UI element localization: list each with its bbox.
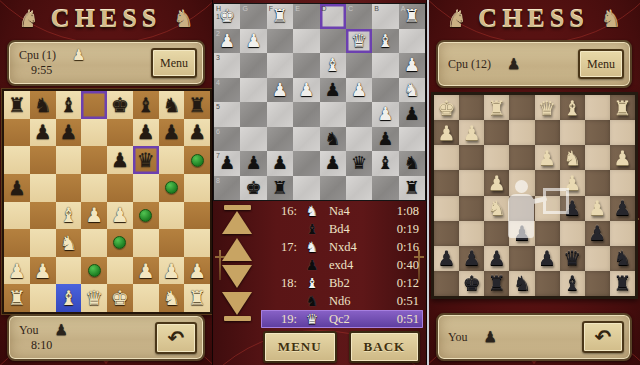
square-e7[interactable] xyxy=(107,119,133,147)
square-d4[interactable]: ♟ xyxy=(81,202,107,230)
white-knight-icon: ♞ xyxy=(301,240,323,254)
piece-black-knight: ♞ xyxy=(613,248,631,268)
opponent-bar: Cpu (1) ♟ 9:55 Menu xyxy=(7,40,205,86)
square-c6[interactable] xyxy=(346,127,372,152)
square-c7[interactable]: ♛ xyxy=(346,151,372,176)
square-e8[interactable] xyxy=(293,176,319,201)
square-a4[interactable]: ♞ xyxy=(399,78,425,103)
square-a8[interactable]: ♜ xyxy=(610,271,635,296)
square-d6[interactable] xyxy=(535,221,560,246)
piece-black-pawn: ♟ xyxy=(538,248,556,268)
jump-to-start-button[interactable] xyxy=(222,204,252,234)
square-c2[interactable]: ♛ xyxy=(346,29,372,54)
square-e2[interactable] xyxy=(107,257,133,285)
square-a5[interactable]: ♟ xyxy=(610,196,635,221)
square-a6[interactable] xyxy=(4,146,30,174)
square-d4[interactable] xyxy=(535,170,560,195)
square-g1[interactable]: ♞ xyxy=(159,284,185,312)
square-e3[interactable] xyxy=(107,229,133,257)
legal-move-dot xyxy=(165,181,178,194)
square-a4[interactable] xyxy=(610,170,635,195)
square-g5[interactable] xyxy=(240,102,266,127)
square-c5[interactable] xyxy=(346,102,372,127)
square-b2[interactable]: ♝ xyxy=(372,29,398,54)
black-pawn-icon: ♟ xyxy=(301,258,323,272)
square-b7[interactable]: ♟ xyxy=(30,119,56,147)
square-b5[interactable] xyxy=(30,174,56,202)
piece-white-bishop: ♝ xyxy=(59,288,77,308)
square-c4[interactable]: ♝ xyxy=(56,202,82,230)
piece-white-king: ♚ xyxy=(219,7,235,25)
square-b5[interactable]: ♟ xyxy=(585,196,610,221)
piece-white-knight: ♞ xyxy=(162,288,180,308)
square-d2[interactable] xyxy=(535,120,560,145)
square-g8[interactable]: ♚ xyxy=(240,176,266,201)
square-h6[interactable] xyxy=(184,146,210,174)
square-h6[interactable]: 6 xyxy=(214,127,240,152)
square-c2[interactable] xyxy=(56,257,82,285)
square-h1[interactable]: ♚H1 xyxy=(214,4,240,29)
square-d7[interactable]: ♟ xyxy=(535,246,560,271)
piece-black-pawn: ♟ xyxy=(325,154,341,172)
move-time: 0:16 xyxy=(377,240,419,255)
square-a6[interactable] xyxy=(610,221,635,246)
move-row[interactable]: ♝Bd40:19 xyxy=(261,220,423,238)
square-e5[interactable] xyxy=(107,174,133,202)
square-c4[interactable]: ♟ xyxy=(346,78,372,103)
square-b1[interactable] xyxy=(585,95,610,120)
piece-white-queen: ♛ xyxy=(85,288,103,308)
square-a2[interactable] xyxy=(399,29,425,54)
square-d1[interactable]: ♛ xyxy=(81,284,107,312)
square-a5[interactable]: ♟ xyxy=(4,174,30,202)
undo-button[interactable]: ↶ xyxy=(155,322,197,354)
piece-black-rook: ♜ xyxy=(404,179,420,197)
move-row[interactable]: ♞Nd60:51 xyxy=(261,292,423,310)
player-name: You xyxy=(19,323,38,338)
square-f8[interactable]: ♜ xyxy=(484,271,509,296)
square-c7[interactable]: ♛ xyxy=(560,246,585,271)
square-d7[interactable] xyxy=(81,119,107,147)
black-pawn-icon: ♟ xyxy=(54,323,67,338)
square-h2[interactable]: ♟ xyxy=(184,257,210,285)
piece-black-bishop: ♝ xyxy=(59,95,77,115)
square-e4[interactable]: ♟ xyxy=(293,78,319,103)
square-a2[interactable] xyxy=(610,120,635,145)
square-g1[interactable] xyxy=(459,95,484,120)
square-b6[interactable]: ♟ xyxy=(585,221,610,246)
piece-white-pawn: ♟ xyxy=(137,261,155,281)
square-g7[interactable]: ♟ xyxy=(459,246,484,271)
square-g2[interactable]: ♟ xyxy=(459,120,484,145)
square-a5[interactable]: ♟ xyxy=(399,102,425,127)
piece-white-rook: ♜ xyxy=(188,288,206,308)
piece-black-pawn: ♟ xyxy=(245,154,261,172)
opponent-name: Cpu (12) xyxy=(448,57,491,72)
square-d8[interactable] xyxy=(535,271,560,296)
piece-black-rook: ♜ xyxy=(188,95,206,115)
square-g5[interactable] xyxy=(459,196,484,221)
square-e2[interactable] xyxy=(509,120,534,145)
piece-black-pawn: ♟ xyxy=(613,198,631,218)
square-f4[interactable]: ♟ xyxy=(484,170,509,195)
piece-white-knight: ♞ xyxy=(404,81,420,99)
move-san: exd4 xyxy=(323,258,377,273)
piece-white-pawn: ♟ xyxy=(563,173,581,193)
square-c5[interactable]: ♟ xyxy=(560,196,585,221)
square-b1[interactable]: B xyxy=(372,4,398,29)
square-f6[interactable]: ♛ xyxy=(133,146,159,174)
piece-black-pawn: ♟ xyxy=(8,178,26,198)
move-time: 0:51 xyxy=(377,294,419,309)
square-d4[interactable]: ♟ xyxy=(320,78,346,103)
square-g3[interactable] xyxy=(240,53,266,78)
square-b3[interactable] xyxy=(585,145,610,170)
square-c3[interactable]: ♞ xyxy=(56,229,82,257)
square-f1[interactable]: ♜F xyxy=(267,4,293,29)
square-c8[interactable] xyxy=(346,176,372,201)
square-d1[interactable]: ♛ xyxy=(535,95,560,120)
piece-white-bishop: ♝ xyxy=(325,56,341,74)
piece-white-pawn: ♟ xyxy=(245,32,261,50)
piece-black-pawn: ♟ xyxy=(377,130,393,148)
square-h7[interactable]: ♟ xyxy=(434,246,459,271)
square-a7[interactable] xyxy=(4,119,30,147)
square-d2[interactable] xyxy=(320,29,346,54)
piece-black-knight: ♞ xyxy=(325,130,341,148)
square-e7[interactable] xyxy=(509,246,534,271)
move-row[interactable]: 16:♞Na41:08 xyxy=(261,202,423,220)
square-c5[interactable] xyxy=(56,174,82,202)
square-h8[interactable]: 8 xyxy=(214,176,240,201)
white-knight-icon: ♞ xyxy=(301,204,323,218)
rank-label: 8 xyxy=(216,177,220,184)
square-h7[interactable]: ♟ xyxy=(184,119,210,147)
square-c1[interactable]: C xyxy=(346,4,372,29)
square-g2[interactable]: ♟ xyxy=(240,29,266,54)
square-b5[interactable]: ♟ xyxy=(372,102,398,127)
panel-game-cpu12: ♞ CHESS ♞ Cpu (12) ♟ Menu ♚♜♛♝♜♟♟♟♞♟♟♟♞♟… xyxy=(427,0,640,365)
piece-black-pawn: ♟ xyxy=(111,150,129,170)
piece-black-bishop: ♝ xyxy=(137,95,155,115)
square-c4[interactable]: ♟ xyxy=(560,170,585,195)
square-a8[interactable]: ♜ xyxy=(399,176,425,201)
piece-black-pawn: ♟ xyxy=(272,154,288,172)
square-d7[interactable]: ♟ xyxy=(320,151,346,176)
square-f6[interactable] xyxy=(267,127,293,152)
piece-white-pawn: ♟ xyxy=(162,261,180,281)
move-san: Nd6 xyxy=(323,294,377,309)
square-h4[interactable] xyxy=(184,202,210,230)
piece-white-pawn: ♟ xyxy=(219,32,235,50)
move-list: 16:♞Na41:08♝Bd40:1917:♞Nxd40:16♟exd40:40… xyxy=(261,202,423,328)
square-a2[interactable]: ♟ xyxy=(4,257,30,285)
jump-to-end-button[interactable] xyxy=(222,292,252,322)
square-g7[interactable]: ♟ xyxy=(240,151,266,176)
menu-button[interactable]: Menu xyxy=(578,49,624,79)
piece-black-pawn: ♟ xyxy=(59,122,77,142)
square-a3[interactable]: ♟ xyxy=(399,53,425,78)
square-a3[interactable]: ♟ xyxy=(610,145,635,170)
square-c7[interactable]: ♟ xyxy=(56,119,82,147)
piece-white-pawn: ♟ xyxy=(404,56,420,74)
square-f5[interactable]: ♞ xyxy=(484,196,509,221)
square-b8[interactable]: ♞ xyxy=(30,91,56,119)
move-number: 17: xyxy=(261,240,301,255)
square-f8[interactable]: ♜ xyxy=(267,176,293,201)
move-row[interactable]: 17:♞Nxd40:16 xyxy=(261,238,423,256)
square-h5[interactable]: 5 xyxy=(214,102,240,127)
square-c3[interactable] xyxy=(346,53,372,78)
square-h3[interactable]: 3 xyxy=(214,53,240,78)
square-b8[interactable] xyxy=(585,271,610,296)
square-a8[interactable]: ♜ xyxy=(4,91,30,119)
square-e5[interactable] xyxy=(293,102,319,127)
square-h2[interactable]: ♟ xyxy=(434,120,459,145)
piece-black-pawn: ♟ xyxy=(325,81,341,99)
square-h3[interactable] xyxy=(434,145,459,170)
piece-black-bishop: ♝ xyxy=(377,154,393,172)
square-c8[interactable]: ♝ xyxy=(56,91,82,119)
square-a1[interactable]: ♜ xyxy=(4,284,30,312)
piece-white-pawn: ♟ xyxy=(188,261,206,281)
move-row[interactable]: ♟exd40:40 xyxy=(261,256,423,274)
square-h2[interactable]: ♟2 xyxy=(214,29,240,54)
square-e8[interactable]: ♞ xyxy=(509,271,534,296)
piece-white-pawn: ♟ xyxy=(34,261,52,281)
square-f1[interactable]: ♜ xyxy=(484,95,509,120)
rank-label: 5 xyxy=(216,103,220,110)
square-g6[interactable] xyxy=(159,146,185,174)
piece-white-knight: ♞ xyxy=(488,198,506,218)
square-d1[interactable]: D xyxy=(320,4,346,29)
square-b4[interactable] xyxy=(585,170,610,195)
square-h4[interactable] xyxy=(434,170,459,195)
square-c6[interactable] xyxy=(56,146,82,174)
square-d2[interactable] xyxy=(81,257,107,285)
move-time: 0:40 xyxy=(377,258,419,273)
back-button[interactable]: BACK xyxy=(349,331,421,363)
square-d6[interactable] xyxy=(81,146,107,174)
square-f2[interactable]: ♟ xyxy=(133,257,159,285)
square-f2[interactable] xyxy=(484,120,509,145)
move-time: 0:12 xyxy=(377,276,419,291)
square-d8[interactable] xyxy=(81,91,107,119)
square-f6[interactable] xyxy=(484,221,509,246)
square-c1[interactable]: ♝ xyxy=(560,95,585,120)
move-number: 19: xyxy=(261,312,301,327)
square-h7[interactable]: ♟7 xyxy=(214,151,240,176)
square-b2[interactable] xyxy=(585,120,610,145)
square-g8[interactable]: ♞ xyxy=(159,91,185,119)
square-e6[interactable] xyxy=(293,127,319,152)
square-b4[interactable] xyxy=(30,202,56,230)
square-f4[interactable] xyxy=(133,202,159,230)
square-c8[interactable]: ♝ xyxy=(560,271,585,296)
square-d3[interactable]: ♝ xyxy=(320,53,346,78)
legal-move-dot xyxy=(191,154,204,167)
piece-black-queen: ♛ xyxy=(351,154,367,172)
square-h3[interactable] xyxy=(184,229,210,257)
square-h6[interactable] xyxy=(434,221,459,246)
square-b7[interactable] xyxy=(585,246,610,271)
square-b8[interactable] xyxy=(372,176,398,201)
square-c3[interactable]: ♞ xyxy=(560,145,585,170)
square-g4[interactable] xyxy=(159,202,185,230)
square-a1[interactable]: ♜ xyxy=(610,95,635,120)
player-name: You xyxy=(448,330,467,345)
square-g3[interactable] xyxy=(159,229,185,257)
square-a4[interactable] xyxy=(4,202,30,230)
square-b1[interactable] xyxy=(30,284,56,312)
piece-white-pawn: ♟ xyxy=(111,205,129,225)
white-pawn-icon: ♟ xyxy=(72,48,85,63)
knight-logo-icon: ♞ xyxy=(173,6,194,32)
square-f1[interactable] xyxy=(133,284,159,312)
square-a7[interactable]: ♞ xyxy=(610,246,635,271)
square-e8[interactable]: ♚ xyxy=(107,91,133,119)
square-c6[interactable] xyxy=(560,221,585,246)
square-e4[interactable]: ♟ xyxy=(107,202,133,230)
rank-label: 2 xyxy=(216,30,220,37)
square-d8[interactable] xyxy=(320,176,346,201)
square-e7[interactable] xyxy=(293,151,319,176)
piece-white-queen: ♛ xyxy=(351,32,367,50)
square-a6[interactable] xyxy=(399,127,425,152)
piece-white-rook: ♜ xyxy=(488,98,506,118)
piece-white-bishop: ♝ xyxy=(563,98,581,118)
piece-black-pawn: ♟ xyxy=(488,248,506,268)
legal-move-dot xyxy=(113,236,126,249)
piece-black-knight: ♞ xyxy=(404,154,420,172)
piece-black-pawn: ♟ xyxy=(588,223,606,243)
square-a1[interactable]: ♜A xyxy=(399,4,425,29)
square-a7[interactable]: ♞ xyxy=(399,151,425,176)
piece-white-pawn: ♟ xyxy=(488,173,506,193)
square-f7[interactable]: ♟ xyxy=(484,246,509,271)
square-d3[interactable]: ♟ xyxy=(535,145,560,170)
square-b6[interactable] xyxy=(30,146,56,174)
square-e3[interactable] xyxy=(293,53,319,78)
move-row[interactable]: 18:♝Bb20:12 xyxy=(261,274,423,292)
square-e1[interactable] xyxy=(509,95,534,120)
page-title: CHESS xyxy=(478,4,588,34)
move-row[interactable]: 19:♛Qc20:51 xyxy=(261,310,423,328)
piece-black-pawn: ♟ xyxy=(513,223,531,243)
move-san: Na4 xyxy=(323,204,377,219)
move-san: Bb2 xyxy=(323,276,377,291)
square-b4[interactable] xyxy=(372,78,398,103)
square-g2[interactable]: ♟ xyxy=(159,257,185,285)
square-d5[interactable] xyxy=(535,196,560,221)
square-h4[interactable]: 4 xyxy=(214,78,240,103)
square-b6[interactable]: ♟ xyxy=(372,127,398,152)
square-h8[interactable] xyxy=(434,271,459,296)
square-h1[interactable]: ♜ xyxy=(184,284,210,312)
piece-black-pawn: ♟ xyxy=(563,198,581,218)
square-g6[interactable] xyxy=(459,221,484,246)
square-h5[interactable] xyxy=(184,174,210,202)
square-d5[interactable] xyxy=(320,102,346,127)
square-g4[interactable] xyxy=(459,170,484,195)
step-forward-button[interactable] xyxy=(222,265,252,288)
square-e3[interactable] xyxy=(509,145,534,170)
square-g6[interactable] xyxy=(240,127,266,152)
opponent-name: Cpu (1) xyxy=(19,48,56,63)
square-b7[interactable]: ♝ xyxy=(372,151,398,176)
piece-black-pawn: ♟ xyxy=(188,122,206,142)
square-e5[interactable] xyxy=(509,196,534,221)
square-g8[interactable]: ♚ xyxy=(459,271,484,296)
square-h5[interactable] xyxy=(434,196,459,221)
square-e6[interactable]: ♟ xyxy=(509,221,534,246)
white-bishop-icon: ♝ xyxy=(301,276,323,290)
square-f7[interactable]: ♟ xyxy=(267,151,293,176)
square-f7[interactable]: ♟ xyxy=(133,119,159,147)
piece-white-rook: ♜ xyxy=(8,288,26,308)
square-h1[interactable]: ♚ xyxy=(434,95,459,120)
move-navigation xyxy=(213,204,261,322)
square-d6[interactable]: ♞ xyxy=(320,127,346,152)
square-f5[interactable] xyxy=(267,102,293,127)
menu-button[interactable]: MENU xyxy=(263,331,337,363)
square-d5[interactable] xyxy=(81,174,107,202)
file-label: E xyxy=(295,5,300,12)
page-title: CHESS xyxy=(51,4,161,34)
square-d3[interactable] xyxy=(81,229,107,257)
undo-button[interactable]: ↶ xyxy=(582,321,624,353)
move-number: 18: xyxy=(261,276,301,291)
square-e1[interactable]: ♚ xyxy=(107,284,133,312)
move-san: Qc2 xyxy=(323,312,377,327)
square-g4[interactable] xyxy=(240,78,266,103)
step-back-button[interactable] xyxy=(222,238,252,261)
square-f2[interactable] xyxy=(267,29,293,54)
piece-white-rook: ♜ xyxy=(613,98,631,118)
square-g3[interactable] xyxy=(459,145,484,170)
square-g5[interactable] xyxy=(159,174,185,202)
square-g1[interactable]: G xyxy=(240,4,266,29)
square-e6[interactable]: ♟ xyxy=(107,146,133,174)
square-h8[interactable]: ♜ xyxy=(184,91,210,119)
piece-white-rook: ♜ xyxy=(272,7,288,25)
square-e4[interactable] xyxy=(509,170,534,195)
square-a3[interactable] xyxy=(4,229,30,257)
black-pawn-icon: ♟ xyxy=(507,57,520,72)
piece-black-knight: ♞ xyxy=(513,273,531,293)
square-e1[interactable]: E xyxy=(293,4,319,29)
square-e2[interactable] xyxy=(293,29,319,54)
square-c1[interactable]: ♝ xyxy=(56,284,82,312)
legal-move-dot xyxy=(88,264,101,277)
square-b2[interactable]: ♟ xyxy=(30,257,56,285)
square-b3[interactable] xyxy=(30,229,56,257)
menu-button[interactable]: Menu xyxy=(151,48,197,78)
chess-board-right: ♚♜♛♝♜♟♟♟♞♟♟♟♞♟♟♟♟♟♟♟♟♟♛♞♚♜♞♝♜ xyxy=(431,92,638,299)
piece-white-bishop: ♝ xyxy=(377,32,393,50)
square-f3[interactable] xyxy=(133,229,159,257)
square-f4[interactable]: ♟ xyxy=(267,78,293,103)
square-f3[interactable] xyxy=(267,53,293,78)
rank-label: 1 xyxy=(216,13,220,20)
square-b3[interactable] xyxy=(372,53,398,78)
piece-black-rook: ♜ xyxy=(613,273,631,293)
square-c2[interactable] xyxy=(560,120,585,145)
square-f8[interactable]: ♝ xyxy=(133,91,159,119)
square-g7[interactable]: ♟ xyxy=(159,119,185,147)
square-f5[interactable] xyxy=(133,174,159,202)
square-f3[interactable] xyxy=(484,145,509,170)
